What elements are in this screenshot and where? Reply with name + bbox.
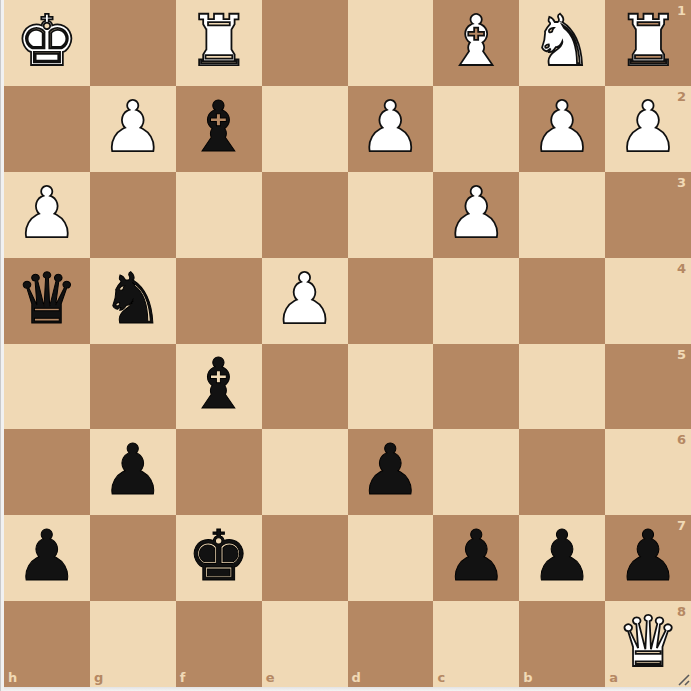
piece-white-queen[interactable]: ♛ [617,607,680,677]
square-d2[interactable]: ♟ [348,86,434,172]
piece-white-pawn[interactable]: ♟ [531,92,594,162]
square-d5[interactable] [348,344,434,430]
coord-rank-1: 1 [677,4,686,17]
square-c7[interactable]: ♟ [433,515,519,601]
square-c4[interactable] [433,258,519,344]
square-f3[interactable] [176,172,262,258]
piece-black-pawn[interactable]: ♟ [359,435,422,505]
square-c6[interactable] [433,429,519,515]
coord-file-e: e [266,671,275,684]
square-b7[interactable]: ♟ [519,515,605,601]
square-f7[interactable]: ♚ [176,515,262,601]
coord-rank-5: 5 [677,348,686,361]
piece-black-pawn[interactable]: ♟ [16,521,79,591]
square-a4[interactable]: 4 [605,258,691,344]
square-b5[interactable] [519,344,605,430]
square-f6[interactable] [176,429,262,515]
square-a3[interactable]: 3 [605,172,691,258]
square-b6[interactable] [519,429,605,515]
square-c8[interactable]: c [433,601,519,687]
piece-black-bishop[interactable]: ♝ [187,349,250,419]
square-e1[interactable] [262,0,348,86]
square-e4[interactable]: ♟ [262,258,348,344]
square-f8[interactable]: f [176,601,262,687]
square-b4[interactable] [519,258,605,344]
square-e8[interactable]: e [262,601,348,687]
square-h4[interactable]: ♛ [4,258,90,344]
piece-black-pawn[interactable]: ♟ [617,521,680,591]
square-a2[interactable]: ♟2 [605,86,691,172]
square-c3[interactable]: ♟ [433,172,519,258]
square-g8[interactable]: g [90,601,176,687]
piece-white-rook[interactable]: ♜ [617,6,680,76]
piece-black-pawn[interactable]: ♟ [101,435,164,505]
coord-file-b: b [523,671,532,684]
square-h2[interactable] [4,86,90,172]
square-d6[interactable]: ♟ [348,429,434,515]
piece-black-pawn[interactable]: ♟ [531,521,594,591]
piece-white-pawn[interactable]: ♟ [16,178,79,248]
piece-white-king[interactable]: ♚ [16,6,79,76]
coord-rank-3: 3 [677,176,686,189]
piece-white-pawn[interactable]: ♟ [617,92,680,162]
square-h8[interactable]: h [4,601,90,687]
piece-black-bishop[interactable]: ♝ [187,92,250,162]
resize-handle-icon[interactable] [676,672,690,686]
piece-white-pawn[interactable]: ♟ [273,264,336,334]
square-a5[interactable]: 5 [605,344,691,430]
square-f1[interactable]: ♜ [176,0,262,86]
coord-file-f: f [180,671,186,684]
coord-rank-7: 7 [677,519,686,532]
square-h6[interactable] [4,429,90,515]
square-b8[interactable]: b [519,601,605,687]
square-d8[interactable]: d [348,601,434,687]
coord-file-d: d [352,671,361,684]
square-g7[interactable] [90,515,176,601]
square-g2[interactable]: ♟ [90,86,176,172]
coord-file-c: c [437,671,445,684]
piece-white-rook[interactable]: ♜ [187,6,250,76]
coord-file-g: g [94,671,103,684]
page-gutter-bottom [4,687,691,691]
square-g3[interactable] [90,172,176,258]
coord-rank-8: 8 [677,605,686,618]
piece-black-queen[interactable]: ♛ [16,264,79,334]
board-container: ♚♜♝♞♜1♟♝♟♟♟2♟♟3♛♞♟4♝5♟♟6♟♚♟♟♟7hgfedcb♛8a [0,0,691,691]
square-h5[interactable] [4,344,90,430]
square-h1[interactable]: ♚ [4,0,90,86]
chess-board: ♚♜♝♞♜1♟♝♟♟♟2♟♟3♛♞♟4♝5♟♟6♟♚♟♟♟7hgfedcb♛8a [4,0,691,687]
square-d4[interactable] [348,258,434,344]
square-f5[interactable]: ♝ [176,344,262,430]
coord-rank-2: 2 [677,90,686,103]
piece-black-pawn[interactable]: ♟ [445,521,508,591]
piece-black-king[interactable]: ♚ [187,521,250,591]
square-h3[interactable]: ♟ [4,172,90,258]
square-f2[interactable]: ♝ [176,86,262,172]
coord-file-a: a [609,671,618,684]
square-b1[interactable]: ♞ [519,0,605,86]
square-b2[interactable]: ♟ [519,86,605,172]
piece-white-pawn[interactable]: ♟ [359,92,422,162]
square-d1[interactable] [348,0,434,86]
square-a1[interactable]: ♜1 [605,0,691,86]
square-e5[interactable] [262,344,348,430]
square-a7[interactable]: ♟7 [605,515,691,601]
piece-white-bishop[interactable]: ♝ [445,6,508,76]
square-e3[interactable] [262,172,348,258]
square-c1[interactable]: ♝ [433,0,519,86]
square-c2[interactable] [433,86,519,172]
piece-white-pawn[interactable]: ♟ [101,92,164,162]
square-e2[interactable] [262,86,348,172]
square-f4[interactable] [176,258,262,344]
square-b3[interactable] [519,172,605,258]
coord-rank-6: 6 [677,433,686,446]
square-a6[interactable]: 6 [605,429,691,515]
coord-rank-4: 4 [677,262,686,275]
square-g1[interactable] [90,0,176,86]
piece-white-pawn[interactable]: ♟ [445,178,508,248]
square-c5[interactable] [433,344,519,430]
square-g4[interactable]: ♞ [90,258,176,344]
square-d3[interactable] [348,172,434,258]
square-e6[interactable] [262,429,348,515]
coord-file-h: h [8,671,17,684]
piece-black-knight[interactable]: ♞ [101,264,164,334]
square-h7[interactable]: ♟ [4,515,90,601]
square-e7[interactable] [262,515,348,601]
square-g6[interactable]: ♟ [90,429,176,515]
piece-white-knight[interactable]: ♞ [531,6,594,76]
square-g5[interactable] [90,344,176,430]
square-d7[interactable] [348,515,434,601]
